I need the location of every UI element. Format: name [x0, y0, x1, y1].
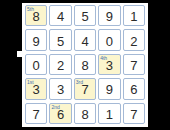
digit-grid: 5th84591954020284th371st333rd79672nd6817 — [25, 5, 145, 124]
grid-cell[interactable]: 3rd7 — [74, 78, 96, 99]
cell-digit: 4 — [81, 34, 88, 49]
grid-cell[interactable]: 5th8 — [25, 5, 47, 26]
cell-digit: 0 — [33, 58, 40, 73]
cell-digit: 7 — [130, 58, 137, 73]
grid-cell[interactable]: 1 — [123, 5, 145, 26]
grid-cell[interactable]: 9 — [98, 5, 120, 26]
grid-cell[interactable]: 2 — [49, 54, 71, 75]
grid-cell[interactable]: 2 — [123, 29, 145, 50]
grid-cell[interactable]: 7 — [123, 54, 145, 75]
cell-digit: 1 — [106, 107, 113, 122]
grid-cell[interactable]: 9 — [25, 29, 47, 50]
cell-digit: 5 — [57, 34, 64, 49]
ordinal-label: 5th — [27, 6, 34, 12]
cell-digit: 4 — [57, 9, 64, 24]
grid-cell[interactable]: 4 — [49, 5, 71, 26]
cell-digit: 7 — [130, 107, 137, 122]
grid-cell[interactable]: 9 — [98, 78, 120, 99]
grid-cell[interactable]: 5 — [74, 5, 96, 26]
grid-cell[interactable]: 3 — [49, 78, 71, 99]
cell-digit: 3 — [57, 82, 64, 97]
cell-digit: 7 — [33, 107, 40, 122]
cell-digit: 0 — [106, 34, 113, 49]
cell-digit: 2 — [130, 34, 137, 49]
grid-cell[interactable]: 5 — [49, 29, 71, 50]
grid-cell[interactable]: 7 — [123, 103, 145, 124]
cell-digit: 9 — [33, 34, 40, 49]
grid-cell[interactable]: 1st3 — [25, 78, 47, 99]
cell-digit: 9 — [106, 9, 113, 24]
ordinal-label: 2nd — [51, 104, 59, 110]
cell-digit: 8 — [81, 58, 88, 73]
cell-digit: 9 — [106, 82, 113, 97]
grid-cell[interactable]: 2nd6 — [49, 103, 71, 124]
grid-cell[interactable]: 4 — [74, 29, 96, 50]
ordinal-label: 4th — [100, 55, 107, 61]
grid-cell[interactable]: 4th3 — [98, 54, 120, 75]
grid-cell[interactable]: 8 — [74, 103, 96, 124]
ordinal-label: 1st — [27, 79, 34, 85]
grid-cell[interactable]: 0 — [25, 54, 47, 75]
grid-cell[interactable]: 6 — [123, 78, 145, 99]
cell-digit: 8 — [81, 107, 88, 122]
grid-cell[interactable]: 0 — [98, 29, 120, 50]
board-edge-notch — [17, 51, 23, 57]
cell-digit: 1 — [130, 9, 137, 24]
number-grid-board: 5th84591954020284th371st333rd79672nd6817 — [22, 3, 148, 127]
cell-digit: 5 — [81, 9, 88, 24]
cell-digit: 2 — [57, 58, 64, 73]
grid-cell[interactable]: 8 — [74, 54, 96, 75]
grid-cell[interactable]: 7 — [25, 103, 47, 124]
ordinal-label: 3rd — [76, 79, 83, 85]
cell-digit: 6 — [130, 82, 137, 97]
grid-cell[interactable]: 1 — [98, 103, 120, 124]
